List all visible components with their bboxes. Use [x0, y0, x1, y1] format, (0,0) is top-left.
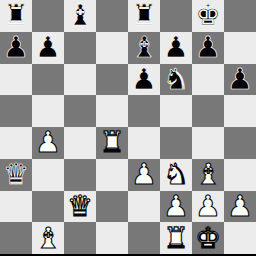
- square-d8[interactable]: [96, 0, 128, 32]
- square-d4[interactable]: ♜: [96, 127, 128, 159]
- square-c1[interactable]: [64, 222, 96, 254]
- white-rook-f1: ♜: [163, 224, 189, 253]
- square-g7[interactable]: ♟: [192, 32, 224, 64]
- square-b5[interactable]: [32, 95, 64, 127]
- square-e2[interactable]: [128, 191, 160, 223]
- square-f7[interactable]: ♟: [160, 32, 192, 64]
- square-b8[interactable]: [32, 0, 64, 32]
- square-d6[interactable]: [96, 64, 128, 96]
- square-g5[interactable]: [192, 95, 224, 127]
- black-rook-a8: ♜: [3, 1, 29, 30]
- white-pawn-f2: ♟: [163, 192, 189, 221]
- square-c4[interactable]: [64, 127, 96, 159]
- white-pawn-h2: ♟: [227, 192, 253, 221]
- white-bishop-b1: ♝: [35, 224, 61, 253]
- square-f6[interactable]: ♞: [160, 64, 192, 96]
- square-f3[interactable]: ♞: [160, 159, 192, 191]
- square-f4[interactable]: [160, 127, 192, 159]
- square-e8[interactable]: ♜: [128, 0, 160, 32]
- square-a5[interactable]: [0, 95, 32, 127]
- square-d5[interactable]: [96, 95, 128, 127]
- square-g3[interactable]: ♝: [192, 159, 224, 191]
- square-b7[interactable]: ♟: [32, 32, 64, 64]
- chessboard-container: ♜♝♜♚♟♟♝♟♟♟♞♟♟♜♛♟♞♝♛♟♟♟♝♜♚: [0, 0, 256, 256]
- square-c6[interactable]: [64, 64, 96, 96]
- black-king-g8: ♚: [195, 1, 221, 30]
- white-knight-f3: ♞: [163, 160, 189, 189]
- black-pawn-a7: ♟: [3, 33, 29, 62]
- square-g4[interactable]: [192, 127, 224, 159]
- square-a3[interactable]: ♛: [0, 159, 32, 191]
- black-pawn-f7: ♟: [163, 33, 189, 62]
- square-h8[interactable]: [224, 0, 256, 32]
- black-pawn-b7: ♟: [35, 33, 61, 62]
- square-f2[interactable]: ♟: [160, 191, 192, 223]
- square-b6[interactable]: [32, 64, 64, 96]
- black-queen-a3: ♛: [3, 160, 29, 189]
- white-bishop-g3: ♝: [195, 160, 221, 189]
- square-e6[interactable]: ♟: [128, 64, 160, 96]
- square-h2[interactable]: ♟: [224, 191, 256, 223]
- square-e5[interactable]: [128, 95, 160, 127]
- square-e7[interactable]: ♝: [128, 32, 160, 64]
- square-a8[interactable]: ♜: [0, 0, 32, 32]
- square-a2[interactable]: [0, 191, 32, 223]
- square-b3[interactable]: [32, 159, 64, 191]
- square-f1[interactable]: ♜: [160, 222, 192, 254]
- square-a6[interactable]: [0, 64, 32, 96]
- square-g6[interactable]: [192, 64, 224, 96]
- square-f5[interactable]: [160, 95, 192, 127]
- black-bishop-e7: ♝: [131, 33, 157, 62]
- square-d3[interactable]: [96, 159, 128, 191]
- white-pawn-g2: ♟: [195, 192, 221, 221]
- square-c3[interactable]: [64, 159, 96, 191]
- white-pawn-b4: ♟: [35, 128, 61, 157]
- square-b1[interactable]: ♝: [32, 222, 64, 254]
- black-bishop-c8: ♝: [67, 1, 93, 30]
- square-h5[interactable]: [224, 95, 256, 127]
- square-e3[interactable]: ♟: [128, 159, 160, 191]
- black-knight-f6: ♞: [163, 65, 189, 94]
- white-rook-d4: ♜: [99, 128, 125, 157]
- square-e1[interactable]: [128, 222, 160, 254]
- square-a4[interactable]: [0, 127, 32, 159]
- square-e4[interactable]: [128, 127, 160, 159]
- square-d1[interactable]: [96, 222, 128, 254]
- white-king-g1: ♚: [195, 224, 221, 253]
- square-c7[interactable]: [64, 32, 96, 64]
- square-h6[interactable]: ♟: [224, 64, 256, 96]
- square-d2[interactable]: [96, 191, 128, 223]
- white-queen-c2: ♛: [67, 192, 93, 221]
- square-c2[interactable]: ♛: [64, 191, 96, 223]
- chess-board: ♜♝♜♚♟♟♝♟♟♟♞♟♟♜♛♟♞♝♛♟♟♟♝♜♚: [0, 0, 256, 254]
- white-pawn-e3: ♟: [131, 160, 157, 189]
- square-f8[interactable]: [160, 0, 192, 32]
- square-b2[interactable]: [32, 191, 64, 223]
- square-h7[interactable]: [224, 32, 256, 64]
- square-h3[interactable]: [224, 159, 256, 191]
- square-a7[interactable]: ♟: [0, 32, 32, 64]
- black-rook-e8: ♜: [131, 1, 157, 30]
- square-b4[interactable]: ♟: [32, 127, 64, 159]
- square-g8[interactable]: ♚: [192, 0, 224, 32]
- black-pawn-g7: ♟: [195, 33, 221, 62]
- square-h1[interactable]: [224, 222, 256, 254]
- square-c8[interactable]: ♝: [64, 0, 96, 32]
- square-g2[interactable]: ♟: [192, 191, 224, 223]
- square-d7[interactable]: [96, 32, 128, 64]
- square-g1[interactable]: ♚: [192, 222, 224, 254]
- black-pawn-e6: ♟: [131, 65, 157, 94]
- square-c5[interactable]: [64, 95, 96, 127]
- square-h4[interactable]: [224, 127, 256, 159]
- square-a1[interactable]: [0, 222, 32, 254]
- black-pawn-h6: ♟: [227, 65, 253, 94]
